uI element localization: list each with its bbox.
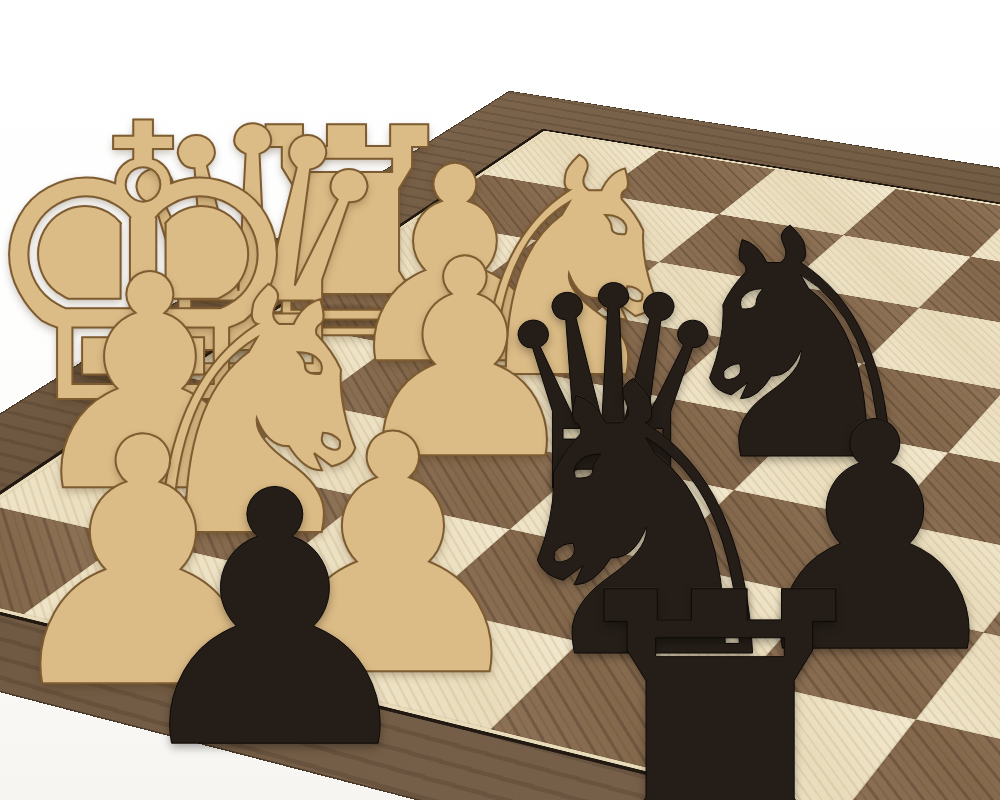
pieces-layer: ♜♟♛♞♚♞♟♟♛♞♞♟♟♟♟♜: [0, 0, 1000, 800]
black-rook-g2[interactable]: ♜: [536, 541, 905, 800]
black-pawn-glyph: ♟: [117, 446, 432, 798]
black-rook-glyph: ♜: [536, 541, 905, 800]
black-pawn-d3[interactable]: ♟: [117, 446, 432, 798]
chess-photo-stage: ♜♟♛♞♚♞♟♟♛♞♞♟♟♟♟♜: [0, 0, 1000, 800]
